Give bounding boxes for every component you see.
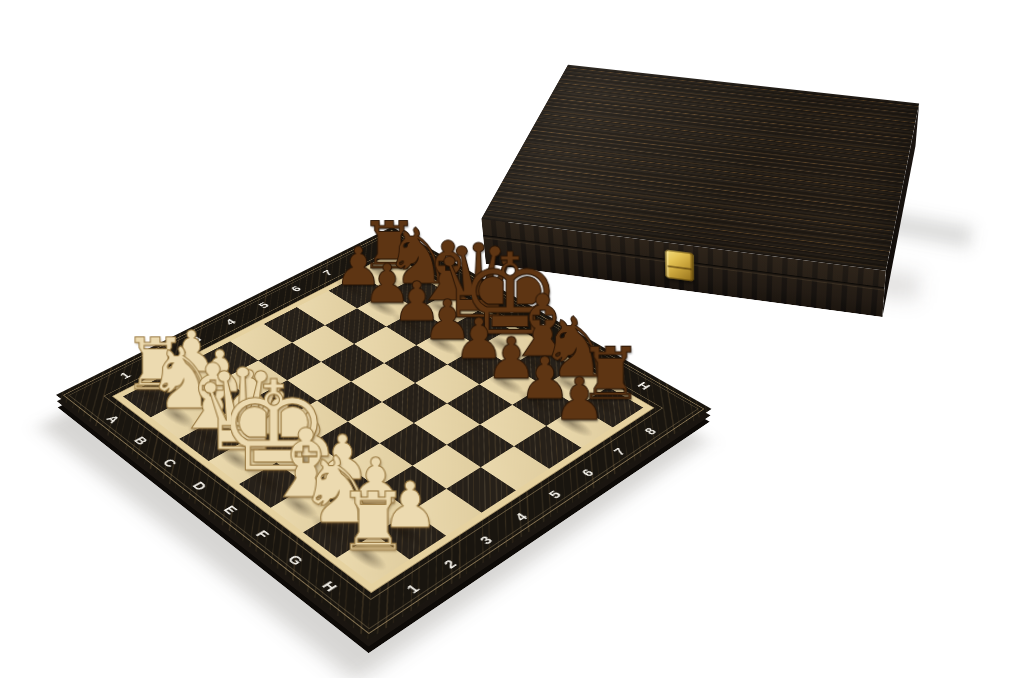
chessboard: ABCDEFGH ABCDEFGH 87654321 87654321 ♜♞♝♛… (150, 170, 614, 634)
coordinate-label: C (472, 287, 490, 297)
board-3d: ABCDEFGH ABCDEFGH 87654321 87654321 ♜♞♝♛… (56, 227, 712, 640)
coordinate-label: 6 (288, 284, 304, 293)
coordinate-label: B (442, 270, 460, 280)
coordinate-label: A (414, 253, 432, 263)
clasp-notch (668, 265, 692, 270)
chess-set-photo: ABCDEFGH ABCDEFGH 87654321 87654321 ♜♞♝♛… (0, 0, 1020, 678)
white-rook-h1: ♜ (328, 413, 417, 558)
coordinate-label: 7 (320, 268, 336, 277)
coordinate-label: 8 (350, 252, 366, 261)
brass-clasp (665, 250, 694, 282)
black-pawn-h7: ♟ (539, 294, 620, 426)
coordinate-label: 1 (117, 369, 134, 380)
